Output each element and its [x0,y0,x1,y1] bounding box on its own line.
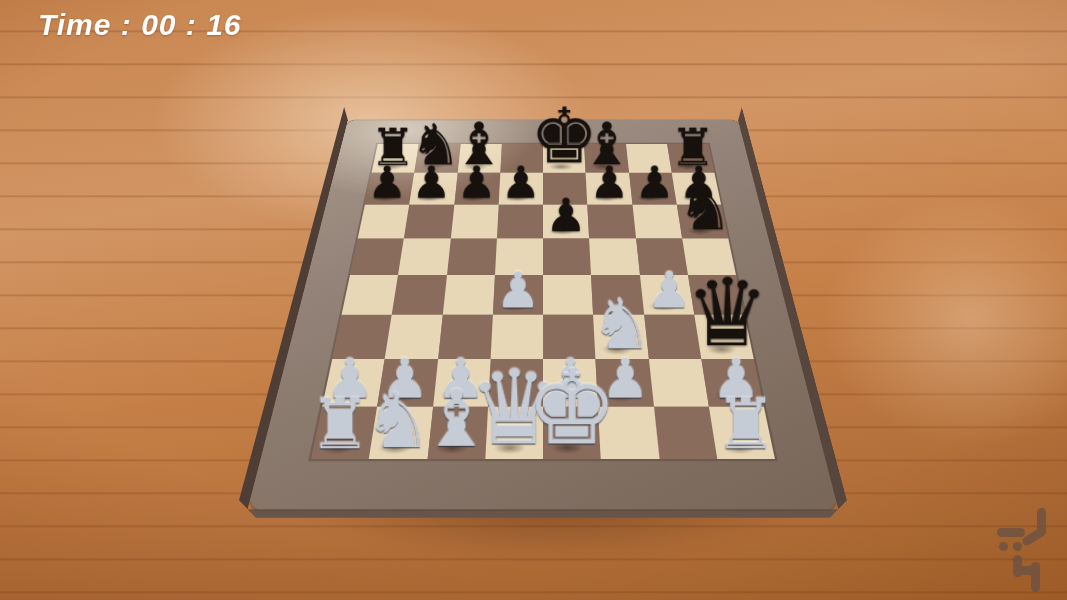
square-e4[interactable] [543,275,593,315]
square-c5[interactable] [447,238,497,275]
board-squares: ♜♞♝♚♝♜♟♟♟♟♟♟♟♟♞♟♟♞♛♟♟♟♟♟♟♜♞♝♛♚♜ [311,144,775,459]
board-scene: ♜♞♝♚♝♜♟♟♟♟♟♟♟♟♞♟♟♞♛♟♟♟♟♟♟♜♞♝♛♚♜ [0,0,1067,600]
chess-game-screen: ♜♞♝♚♝♜♟♟♟♟♟♟♟♟♞♟♟♞♛♟♟♟♟♟♟♜♞♝♛♚♜ Time : 0… [0,0,1067,600]
square-c6[interactable] [450,204,498,238]
black-pawn-e6[interactable]: ♟ [546,194,587,238]
black-pawn-a7[interactable]: ♟ [367,162,407,204]
chess-board[interactable]: ♜♞♝♚♝♜♟♟♟♟♟♟♟♟♞♟♟♞♛♟♟♟♟♟♟♜♞♝♛♚♜ [248,120,839,509]
square-a5[interactable] [350,238,404,275]
square-d7[interactable]: ♟ [498,173,543,204]
white-rook-h1[interactable]: ♜ [715,392,777,458]
square-e1[interactable]: ♚ [543,406,601,459]
square-b4[interactable] [392,275,447,315]
square-g1[interactable] [653,406,717,459]
square-g2[interactable] [648,359,708,407]
square-a4[interactable] [342,275,399,315]
black-pawn-c7[interactable]: ♟ [456,162,496,204]
square-e6[interactable]: ♟ [543,204,589,238]
square-e5[interactable] [543,238,591,275]
square-d4[interactable]: ♟ [493,275,543,315]
black-pawn-b7[interactable]: ♟ [412,162,452,204]
timer-label: Time : 00 : 16 [38,8,242,42]
square-f7[interactable]: ♟ [586,173,632,204]
black-pawn-g7[interactable]: ♟ [634,162,674,204]
square-c4[interactable] [442,275,494,315]
square-e8[interactable]: ♚ [543,144,586,173]
square-b1[interactable]: ♞ [369,406,433,459]
black-pawn-f7[interactable]: ♟ [590,162,630,204]
square-g7[interactable]: ♟ [629,173,677,204]
bazaar-logo-icon [977,502,1053,592]
white-knight-b1[interactable]: ♞ [364,385,433,458]
square-h1[interactable]: ♜ [709,406,775,459]
black-knight-h6[interactable]: ♞ [677,179,732,237]
square-f6[interactable] [588,204,636,238]
square-f5[interactable] [589,238,639,275]
square-a7[interactable]: ♟ [365,173,414,204]
square-a6[interactable] [358,204,410,238]
square-a1[interactable]: ♜ [311,406,377,459]
square-b7[interactable]: ♟ [409,173,457,204]
white-rook-a1[interactable]: ♜ [309,392,371,458]
white-pawn-d4[interactable]: ♟ [495,267,540,315]
square-h6[interactable]: ♞ [677,204,729,238]
white-king-e1[interactable]: ♚ [526,360,619,458]
square-g6[interactable] [632,204,682,238]
square-d6[interactable] [497,204,543,238]
black-pawn-d7[interactable]: ♟ [501,162,541,204]
square-b5[interactable] [398,238,450,275]
board-frame-front-face [248,509,839,517]
square-b6[interactable] [404,204,454,238]
square-c7[interactable]: ♟ [454,173,500,204]
black-queen-h3[interactable]: ♛ [685,269,769,358]
